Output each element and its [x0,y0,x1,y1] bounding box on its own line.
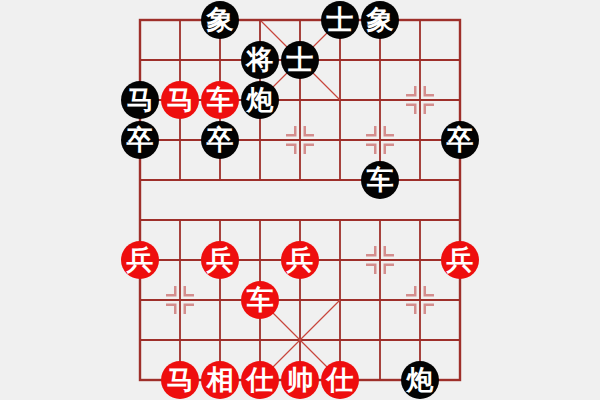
piece-black-cannon[interactable]: 炮 [401,361,439,399]
piece-red-advisor[interactable]: 仕 [241,361,279,399]
piece-red-pawn[interactable]: 兵 [201,241,239,279]
piece-black-pawn[interactable]: 卒 [201,121,239,159]
piece-black-king[interactable]: 将 [241,41,279,79]
piece-black-pawn[interactable]: 卒 [441,121,479,159]
piece-red-elephant[interactable]: 相 [201,361,239,399]
piece-red-pawn[interactable]: 兵 [441,241,479,279]
piece-black-horse[interactable]: 马 [121,81,159,119]
piece-black-elephant[interactable]: 象 [201,1,239,39]
piece-red-advisor[interactable]: 仕 [321,361,359,399]
piece-black-advisor[interactable]: 士 [281,41,319,79]
piece-red-chariot[interactable]: 车 [201,81,239,119]
piece-red-pawn[interactable]: 兵 [281,241,319,279]
piece-red-chariot[interactable]: 车 [241,281,279,319]
piece-red-horse[interactable]: 马 [161,81,199,119]
piece-black-chariot[interactable]: 车 [361,161,399,199]
piece-red-horse[interactable]: 马 [161,361,199,399]
piece-black-advisor[interactable]: 士 [321,1,359,39]
piece-red-king[interactable]: 帅 [281,361,319,399]
piece-red-pawn[interactable]: 兵 [121,241,159,279]
piece-black-cannon[interactable]: 炮 [241,81,279,119]
piece-black-pawn[interactable]: 卒 [121,121,159,159]
piece-black-elephant[interactable]: 象 [361,1,399,39]
xiangqi-diagram: 象士象将士马马车炮卒卒卒车兵兵兵兵车马相仕帅仕炮 [0,0,600,400]
